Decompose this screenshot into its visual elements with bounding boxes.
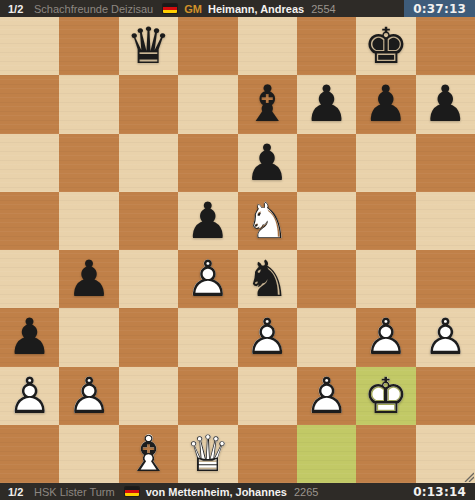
germany-flag-icon: [125, 487, 139, 496]
square-f6[interactable]: [297, 134, 356, 192]
piece-white-knight[interactable]: ♞: [245, 192, 290, 250]
square-g2[interactable]: ♚: [356, 367, 415, 425]
square-b2[interactable]: ♟: [59, 367, 118, 425]
piece-white-queen[interactable]: ♛: [185, 425, 230, 483]
square-b7[interactable]: [59, 75, 118, 133]
square-g7[interactable]: ♟: [356, 75, 415, 133]
piece-white-bishop[interactable]: ♝: [126, 425, 171, 483]
piece-white-pawn[interactable]: ♟: [304, 367, 349, 425]
player-rating-bottom: 2265: [294, 486, 318, 498]
square-c6[interactable]: [119, 134, 178, 192]
piece-black-pawn[interactable]: ♟: [67, 250, 112, 308]
square-h2[interactable]: [416, 367, 475, 425]
piece-black-king[interactable]: ♚: [364, 17, 409, 75]
square-c8[interactable]: ♛: [119, 17, 178, 75]
square-c7[interactable]: [119, 75, 178, 133]
square-c5[interactable]: [119, 192, 178, 250]
square-b5[interactable]: [59, 192, 118, 250]
square-f2[interactable]: ♟: [297, 367, 356, 425]
square-c1[interactable]: ♝: [119, 425, 178, 483]
square-a5[interactable]: [0, 192, 59, 250]
square-f1[interactable]: [297, 425, 356, 483]
square-a4[interactable]: [0, 250, 59, 308]
piece-black-pawn[interactable]: ♟: [304, 75, 349, 133]
square-f3[interactable]: [297, 308, 356, 366]
piece-white-pawn[interactable]: ♟: [185, 250, 230, 308]
germany-flag-icon: [163, 4, 177, 13]
piece-white-pawn[interactable]: ♟: [423, 308, 468, 366]
chess-broadcast-window: 1/2 Schachfreunde Deizisau GM Heimann, A…: [0, 0, 475, 500]
piece-black-knight[interactable]: ♞: [245, 250, 290, 308]
player-rating-top: 2554: [311, 3, 335, 15]
square-e4[interactable]: ♞: [238, 250, 297, 308]
square-b1[interactable]: [59, 425, 118, 483]
team-name-bottom: HSK Lister Turm: [34, 486, 115, 498]
square-c4[interactable]: [119, 250, 178, 308]
square-h4[interactable]: [416, 250, 475, 308]
square-e1[interactable]: [238, 425, 297, 483]
square-e5[interactable]: ♞: [238, 192, 297, 250]
square-e2[interactable]: [238, 367, 297, 425]
square-f7[interactable]: ♟: [297, 75, 356, 133]
square-g6[interactable]: [356, 134, 415, 192]
piece-black-pawn[interactable]: ♟: [7, 308, 52, 366]
square-e3[interactable]: ♟: [238, 308, 297, 366]
square-b4[interactable]: ♟: [59, 250, 118, 308]
square-f5[interactable]: [297, 192, 356, 250]
piece-black-queen[interactable]: ♛: [126, 17, 171, 75]
square-a3[interactable]: ♟: [0, 308, 59, 366]
square-d8[interactable]: [178, 17, 237, 75]
square-d6[interactable]: [178, 134, 237, 192]
bottom-player-bar: 1/2 HSK Lister Turm von Mettenheim, Joha…: [0, 483, 475, 500]
square-d4[interactable]: ♟: [178, 250, 237, 308]
square-h7[interactable]: ♟: [416, 75, 475, 133]
square-g4[interactable]: [356, 250, 415, 308]
square-h3[interactable]: ♟: [416, 308, 475, 366]
player-name-top: Heimann, Andreas: [208, 3, 304, 15]
square-c3[interactable]: [119, 308, 178, 366]
player-clock-top: 0:37:13: [404, 0, 475, 17]
square-b3[interactable]: [59, 308, 118, 366]
square-g3[interactable]: ♟: [356, 308, 415, 366]
square-g5[interactable]: [356, 192, 415, 250]
chess-board: ♛♚♝♟♟♟♟♟♞♟♟♞♟♟♟♟♟♟♟♚♝♛: [0, 17, 475, 483]
piece-black-pawn[interactable]: ♟: [423, 75, 468, 133]
square-b8[interactable]: [59, 17, 118, 75]
square-d7[interactable]: [178, 75, 237, 133]
match-score-top: 1/2: [8, 3, 34, 15]
square-d1[interactable]: ♛: [178, 425, 237, 483]
piece-white-pawn[interactable]: ♟: [67, 367, 112, 425]
piece-white-pawn[interactable]: ♟: [364, 308, 409, 366]
square-e6[interactable]: ♟: [238, 134, 297, 192]
player-name-bottom: von Mettenheim, Johannes: [146, 486, 287, 498]
piece-white-pawn[interactable]: ♟: [7, 367, 52, 425]
square-h6[interactable]: [416, 134, 475, 192]
square-g8[interactable]: ♚: [356, 17, 415, 75]
piece-black-pawn[interactable]: ♟: [245, 134, 290, 192]
square-a7[interactable]: [0, 75, 59, 133]
square-b6[interactable]: [59, 134, 118, 192]
square-d2[interactable]: [178, 367, 237, 425]
square-f4[interactable]: [297, 250, 356, 308]
square-c2[interactable]: [119, 367, 178, 425]
square-a2[interactable]: ♟: [0, 367, 59, 425]
player-clock-bottom: 0:13:14: [404, 483, 475, 500]
match-score-bottom: 1/2: [8, 486, 34, 498]
player-title-top: GM: [184, 3, 202, 15]
square-d5[interactable]: ♟: [178, 192, 237, 250]
square-h8[interactable]: [416, 17, 475, 75]
team-name-top: Schachfreunde Deizisau: [34, 3, 153, 15]
square-f8[interactable]: [297, 17, 356, 75]
square-a8[interactable]: [0, 17, 59, 75]
piece-black-pawn[interactable]: ♟: [364, 75, 409, 133]
piece-black-bishop[interactable]: ♝: [245, 75, 290, 133]
resize-handle-icon[interactable]: [463, 471, 474, 482]
piece-black-pawn[interactable]: ♟: [185, 192, 230, 250]
top-player-bar: 1/2 Schachfreunde Deizisau GM Heimann, A…: [0, 0, 475, 17]
square-e8[interactable]: [238, 17, 297, 75]
square-g1[interactable]: [356, 425, 415, 483]
square-h5[interactable]: [416, 192, 475, 250]
square-a6[interactable]: [0, 134, 59, 192]
square-e7[interactable]: ♝: [238, 75, 297, 133]
square-a1[interactable]: [0, 425, 59, 483]
piece-white-pawn[interactable]: ♟: [245, 308, 290, 366]
piece-white-king[interactable]: ♚: [364, 367, 409, 425]
square-d3[interactable]: [178, 308, 237, 366]
